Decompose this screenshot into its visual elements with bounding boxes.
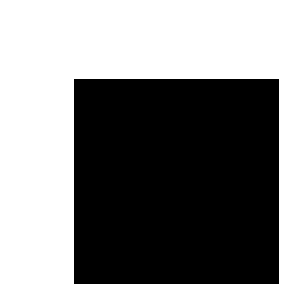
column-clues-panel: [74, 0, 279, 78]
japanese-sums-puzzle: [0, 0, 301, 301]
row-clues-panel: [0, 79, 74, 284]
puzzle-board: [74, 79, 279, 284]
